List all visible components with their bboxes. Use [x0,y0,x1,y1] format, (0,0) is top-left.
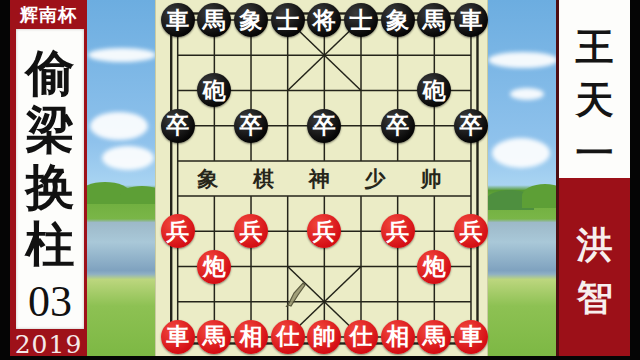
cloud-shape [102,146,154,170]
tournament-name: 辉南杯 [10,0,87,29]
piece-glyph: 相 [386,321,409,352]
piece-black-soldier[interactable]: 卒 [234,109,268,143]
piece-glyph: 帥 [313,321,336,352]
piece-glyph: 馬 [423,5,446,36]
piece-glyph: 兵 [240,216,263,247]
river-text-char: 象 [197,165,218,193]
title-char: 梁 [26,102,75,159]
cloud-shape [492,138,550,168]
piece-glyph: 仕 [350,321,373,352]
player-top-name: 王 天 一 [559,0,630,178]
piece-glyph: 砲 [203,75,226,106]
piece-black-advisor[interactable]: 士 [344,3,378,37]
piece-glyph: 卒 [240,110,263,141]
piece-black-soldier[interactable]: 卒 [307,109,341,143]
piece-black-elephant[interactable]: 象 [234,3,268,37]
piece-black-soldier[interactable]: 卒 [161,109,195,143]
player-bottom-name: 洪 智 [559,178,630,360]
piece-glyph: 車 [459,5,482,36]
player-char: 一 [576,126,614,179]
piece-glyph: 馬 [203,5,226,36]
piece-red-cannon[interactable]: 炮 [417,250,451,284]
piece-black-chariot[interactable]: 車 [161,3,195,37]
piece-glyph: 仕 [276,321,299,352]
piece-glyph: 兵 [386,216,409,247]
player-char: 洪 [577,218,613,271]
piece-black-soldier[interactable]: 卒 [381,109,415,143]
cloud-shape [90,112,148,140]
title-char: 偷 [26,45,75,102]
piece-glyph: 象 [240,5,263,36]
piece-red-cannon[interactable]: 炮 [197,250,231,284]
piece-glyph: 炮 [423,251,446,282]
piece-black-advisor[interactable]: 士 [271,3,305,37]
episode-title: 偷 梁 换 柱 03 [16,29,84,329]
left-black-bar [0,0,10,360]
piece-red-soldier[interactable]: 兵 [381,214,415,248]
right-black-bar [630,0,640,360]
cloud-shape [488,52,558,68]
piece-red-advisor[interactable]: 仕 [271,320,305,354]
cloud-shape [88,48,156,62]
piece-red-elephant[interactable]: 相 [234,320,268,354]
piece-glyph: 卒 [386,110,409,141]
piece-glyph: 卒 [459,110,482,141]
piece-glyph: 相 [240,321,263,352]
piece-glyph: 車 [459,321,482,352]
river-text-char: 神 [309,165,330,193]
piece-glyph: 兵 [166,216,189,247]
piece-glyph: 士 [276,5,299,36]
piece-glyph: 兵 [459,216,482,247]
piece-red-chariot[interactable]: 車 [454,320,488,354]
episode-number: 03 [28,275,72,329]
piece-glyph: 炮 [203,251,226,282]
river-text-char: 帅 [420,165,441,193]
player-char: 天 [576,73,614,126]
piece-glyph: 将 [313,5,336,36]
xiangqi-board[interactable]: 象棋神少帅車馬象士将士象馬車砲砲卒卒卒卒卒兵兵兵兵兵炮炮車馬相仕帥仕相馬車 [155,0,488,356]
players-panel: 王 天 一 洪 智 [556,0,630,360]
piece-black-elephant[interactable]: 象 [381,3,415,37]
piece-red-chariot[interactable]: 車 [161,320,195,354]
piece-glyph: 車 [166,321,189,352]
cloud-shape [510,88,544,100]
piece-glyph: 馬 [423,321,446,352]
piece-glyph: 兵 [313,216,336,247]
piece-red-soldier[interactable]: 兵 [161,214,195,248]
piece-glyph: 砲 [423,75,446,106]
piece-red-elephant[interactable]: 相 [381,320,415,354]
piece-glyph: 士 [350,5,373,36]
player-char: 王 [576,20,614,73]
piece-glyph: 卒 [166,110,189,141]
player-char: 智 [577,271,613,324]
piece-red-advisor[interactable]: 仕 [344,320,378,354]
video-frame: 象棋神少帅車馬象士将士象馬車砲砲卒卒卒卒卒兵兵兵兵兵炮炮車馬相仕帥仕相馬車 辉南… [0,0,640,360]
bottom-black-bar [0,356,640,360]
title-char: 换 [26,159,75,216]
piece-glyph: 馬 [203,321,226,352]
left-banner: 辉南杯 偷 梁 换 柱 03 2019 [10,0,87,360]
piece-black-chariot[interactable]: 車 [454,3,488,37]
mouse-cursor-icon [285,281,309,307]
piece-glyph: 卒 [313,110,336,141]
river-text-char: 棋 [253,165,274,193]
title-char: 柱 [26,216,75,273]
river-text-char: 少 [365,165,386,193]
piece-black-soldier[interactable]: 卒 [454,109,488,143]
piece-glyph: 象 [386,5,409,36]
piece-glyph: 車 [166,5,189,36]
